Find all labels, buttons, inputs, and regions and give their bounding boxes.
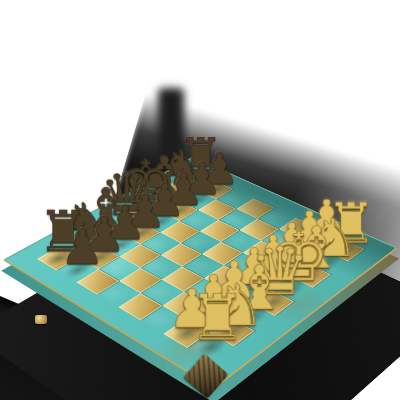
board-3d-scene: ♜♞♝♛♚♝♞♜♟♟♟♟♟♟♟♟♟♟♟♟♟♟♟♟♜♞♝♛♚♝♞♜ — [3, 156, 398, 389]
case-latch — [35, 315, 47, 324]
piece-glyph: ♜ — [192, 286, 242, 350]
chess-set-photo: ♜♞♝♛♚♝♞♜♟♟♟♟♟♟♟♟♟♟♟♟♟♟♟♟♜♞♝♛♚♝♞♜ — [0, 0, 400, 400]
piece-glyph: ♟ — [59, 222, 104, 271]
